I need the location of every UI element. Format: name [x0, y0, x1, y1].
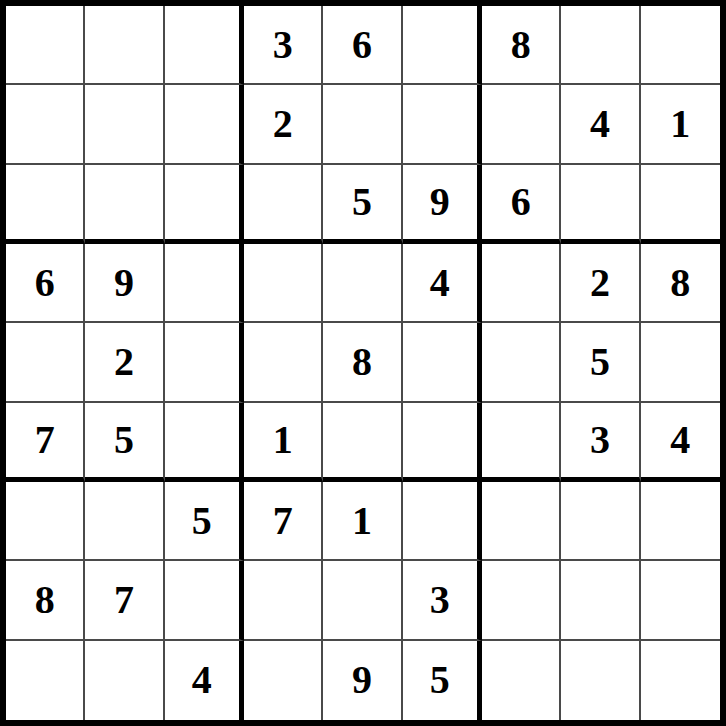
cell-r6c2: 5: [85, 403, 164, 482]
cell-value: 6: [35, 263, 55, 303]
cell-value: 9: [430, 182, 450, 222]
cell-r1c8[interactable]: [561, 6, 640, 85]
cell-r9c2[interactable]: [85, 641, 164, 720]
cell-r6c1: 7: [6, 403, 85, 482]
cell-value: 9: [352, 660, 372, 700]
cell-value: 4: [192, 660, 212, 700]
cell-value: 7: [114, 580, 134, 620]
cell-r6c9: 4: [641, 403, 720, 482]
cell-value: 2: [590, 263, 610, 303]
cell-r3c1[interactable]: [6, 165, 85, 244]
cell-value: 1: [352, 501, 372, 541]
cell-r1c1[interactable]: [6, 6, 85, 85]
cell-r1c4: 3: [244, 6, 323, 85]
cell-r6c4: 1: [244, 403, 323, 482]
cell-r9c4[interactable]: [244, 641, 323, 720]
cell-r7c3: 5: [165, 482, 244, 561]
cell-value: 7: [273, 501, 293, 541]
cell-r8c2: 7: [85, 561, 164, 640]
cell-r3c6: 9: [403, 165, 482, 244]
cell-r1c6[interactable]: [403, 6, 482, 85]
cell-r2c5[interactable]: [323, 85, 402, 164]
cell-value: 5: [192, 501, 212, 541]
cell-r6c7[interactable]: [482, 403, 561, 482]
cell-r5c4[interactable]: [244, 323, 323, 402]
cell-r7c2[interactable]: [85, 482, 164, 561]
cell-value: 5: [430, 660, 450, 700]
cell-r5c8: 5: [561, 323, 640, 402]
cell-r3c7: 6: [482, 165, 561, 244]
cell-r9c7[interactable]: [482, 641, 561, 720]
cell-value: 3: [273, 25, 293, 65]
cell-r2c4: 2: [244, 85, 323, 164]
cell-r8c7[interactable]: [482, 561, 561, 640]
cell-value: 4: [430, 263, 450, 303]
cell-value: 5: [352, 182, 372, 222]
cell-r8c8[interactable]: [561, 561, 640, 640]
sudoku-board: 3682415966942828575134571873495: [0, 0, 726, 726]
cell-r1c3[interactable]: [165, 6, 244, 85]
cell-value: 2: [114, 342, 134, 382]
cell-r2c7[interactable]: [482, 85, 561, 164]
cell-r7c7[interactable]: [482, 482, 561, 561]
cell-r8c5[interactable]: [323, 561, 402, 640]
cell-r4c9: 8: [641, 244, 720, 323]
cell-r5c3[interactable]: [165, 323, 244, 402]
cell-r2c3[interactable]: [165, 85, 244, 164]
cell-r4c3[interactable]: [165, 244, 244, 323]
cell-r7c4: 7: [244, 482, 323, 561]
cell-r7c1[interactable]: [6, 482, 85, 561]
cell-value: 8: [35, 580, 55, 620]
cell-r5c9[interactable]: [641, 323, 720, 402]
cell-r3c5: 5: [323, 165, 402, 244]
sudoku-puzzle: 3682415966942828575134571873495: [0, 0, 726, 726]
cell-r5c5: 8: [323, 323, 402, 402]
cell-r4c2: 9: [85, 244, 164, 323]
cell-r3c3[interactable]: [165, 165, 244, 244]
cell-value: 4: [670, 420, 690, 460]
cell-r3c8[interactable]: [561, 165, 640, 244]
cell-value: 1: [670, 104, 690, 144]
cell-r8c4[interactable]: [244, 561, 323, 640]
cell-r2c9: 1: [641, 85, 720, 164]
cell-r9c3: 4: [165, 641, 244, 720]
cell-value: 4: [590, 104, 610, 144]
cell-r5c2: 2: [85, 323, 164, 402]
cell-r7c9[interactable]: [641, 482, 720, 561]
cell-value: 5: [114, 420, 134, 460]
cell-value: 3: [430, 580, 450, 620]
cell-r9c6: 5: [403, 641, 482, 720]
cell-value: 2: [273, 104, 293, 144]
cell-r4c7[interactable]: [482, 244, 561, 323]
cell-value: 8: [352, 342, 372, 382]
cell-r9c9[interactable]: [641, 641, 720, 720]
cell-r9c8[interactable]: [561, 641, 640, 720]
cell-r5c1[interactable]: [6, 323, 85, 402]
cell-r1c9[interactable]: [641, 6, 720, 85]
cell-r6c6[interactable]: [403, 403, 482, 482]
cell-r1c7: 8: [482, 6, 561, 85]
cell-value: 3: [590, 420, 610, 460]
cell-r3c9[interactable]: [641, 165, 720, 244]
cell-r3c2[interactable]: [85, 165, 164, 244]
cell-r2c6[interactable]: [403, 85, 482, 164]
cell-r2c8: 4: [561, 85, 640, 164]
cell-r4c4[interactable]: [244, 244, 323, 323]
cell-r6c3[interactable]: [165, 403, 244, 482]
cell-r7c5: 1: [323, 482, 402, 561]
cell-r4c5[interactable]: [323, 244, 402, 323]
cell-r5c6[interactable]: [403, 323, 482, 402]
cell-r9c5: 9: [323, 641, 402, 720]
cell-value: 6: [511, 182, 531, 222]
cell-value: 1: [273, 420, 293, 460]
cell-value: 8: [670, 263, 690, 303]
cell-r8c9[interactable]: [641, 561, 720, 640]
cell-r7c8[interactable]: [561, 482, 640, 561]
cell-r6c5[interactable]: [323, 403, 402, 482]
cell-r7c6[interactable]: [403, 482, 482, 561]
cell-r2c1[interactable]: [6, 85, 85, 164]
cell-r4c6: 4: [403, 244, 482, 323]
cell-r3c4[interactable]: [244, 165, 323, 244]
cell-value: 5: [590, 342, 610, 382]
cell-r4c1: 6: [6, 244, 85, 323]
cell-r1c5: 6: [323, 6, 402, 85]
cell-r1c2[interactable]: [85, 6, 164, 85]
cell-r8c3[interactable]: [165, 561, 244, 640]
cell-value: 9: [114, 263, 134, 303]
cell-r9c1[interactable]: [6, 641, 85, 720]
cell-value: 7: [35, 420, 55, 460]
cell-r8c1: 8: [6, 561, 85, 640]
cell-r6c8: 3: [561, 403, 640, 482]
cell-r4c8: 2: [561, 244, 640, 323]
cell-value: 8: [511, 25, 531, 65]
cell-r2c2[interactable]: [85, 85, 164, 164]
cell-r8c6: 3: [403, 561, 482, 640]
cell-value: 6: [352, 25, 372, 65]
cell-r5c7[interactable]: [482, 323, 561, 402]
